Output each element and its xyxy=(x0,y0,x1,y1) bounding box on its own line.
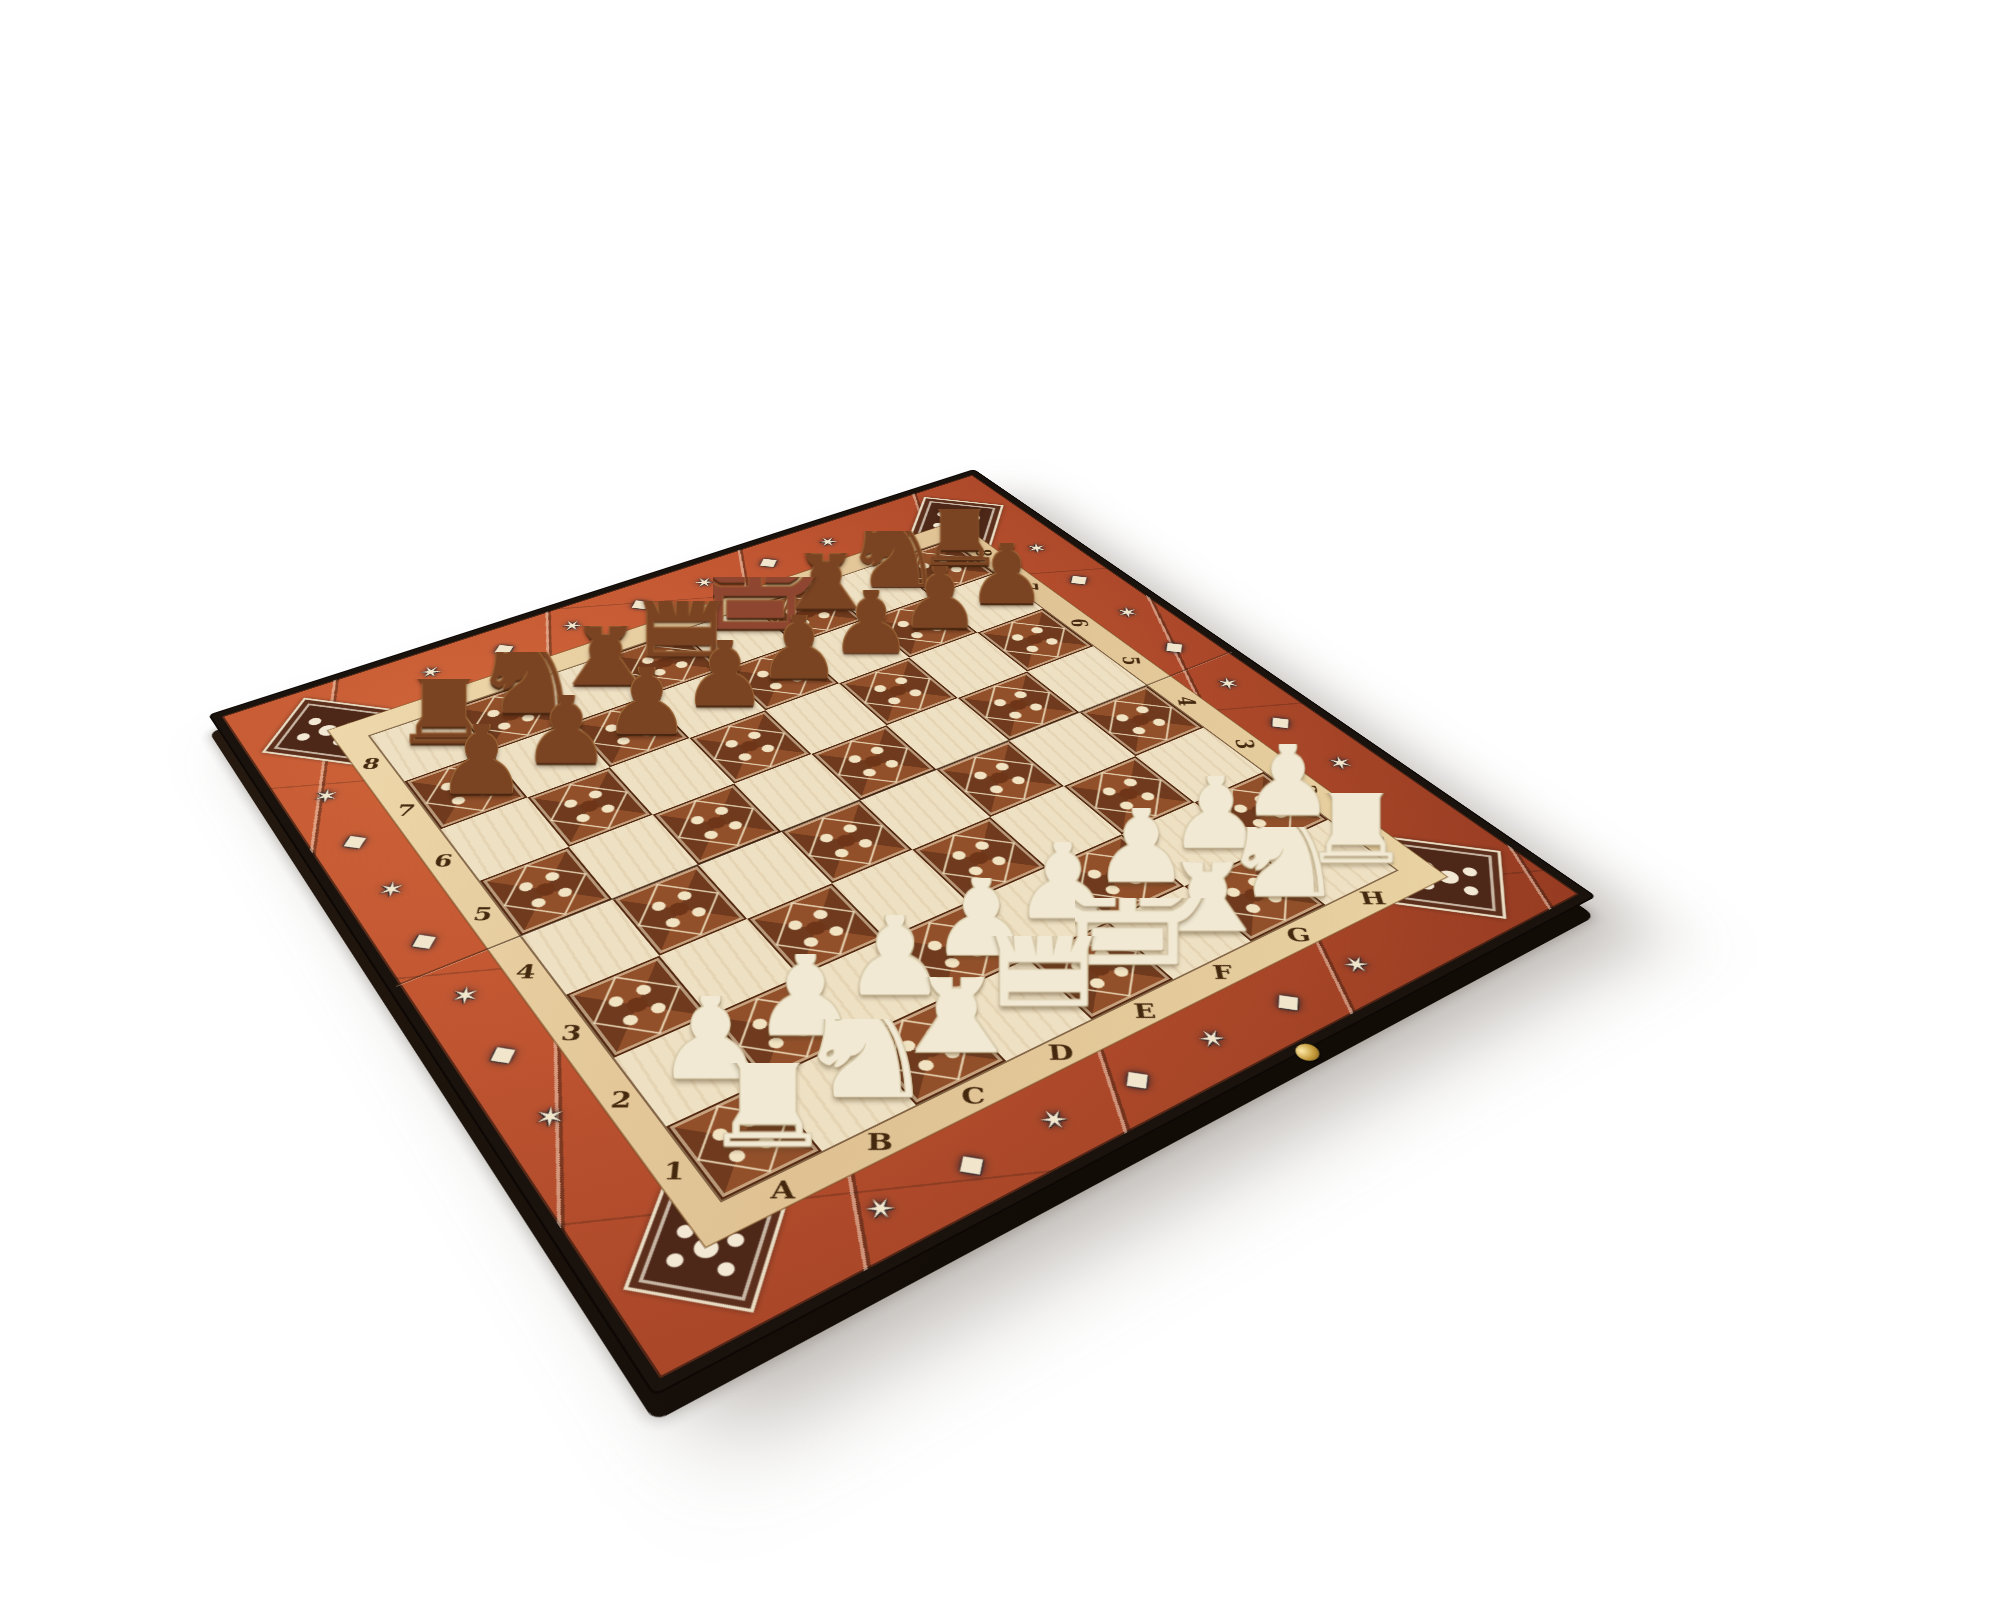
rank-label: 4 xyxy=(1172,697,1201,706)
rank-label: 8 xyxy=(971,549,996,556)
piece-glyph: ♜ xyxy=(699,1023,836,1163)
rank-label: 7 xyxy=(1017,583,1043,591)
chess-board-photo: ✶ ◆ ✶ ◆ ✶ ◆ ✶ ✶ ◆ ✶ ◆ ✶ ◆ ✶ ✶ ◆ ✶ ◆ ✶ ◆ … xyxy=(208,469,1596,1397)
rank-label: 5 xyxy=(471,904,495,925)
rank-label: 5 xyxy=(1117,656,1145,665)
piece-black-pawn-a7: ♟ xyxy=(435,724,528,817)
rank-label: 6 xyxy=(1066,619,1093,627)
piece-glyph: ♟ xyxy=(435,710,527,804)
piece-white-rook-a1: ♜ xyxy=(710,1063,826,1179)
board-top-surface: ✶ ◆ ✶ ◆ ✶ ◆ ✶ ✶ ◆ ✶ ◆ ✶ ◆ ✶ ✶ ◆ ✶ ◆ ✶ ◆ … xyxy=(208,469,1596,1397)
